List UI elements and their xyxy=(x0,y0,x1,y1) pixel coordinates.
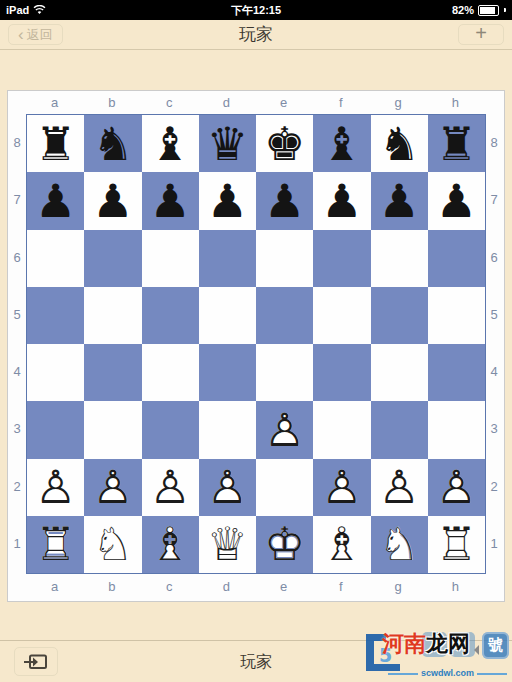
square-d2[interactable]: ♟♙ xyxy=(199,459,256,516)
square-b5[interactable] xyxy=(84,287,141,344)
square-d8[interactable]: ♛ xyxy=(199,115,256,172)
square-h3[interactable] xyxy=(428,401,485,458)
square-c4[interactable] xyxy=(142,344,199,401)
file-label-e: e xyxy=(255,91,312,114)
black-rook[interactable]: ♜ xyxy=(428,115,485,172)
piece-glyph: ♝ xyxy=(142,115,199,172)
square-h5[interactable] xyxy=(428,287,485,344)
watermark-site-name-red: 河南 xyxy=(382,631,426,656)
rank-label-5: 5 xyxy=(485,286,503,343)
square-h8[interactable]: ♜ xyxy=(428,115,485,172)
square-a2[interactable]: ♟♙ xyxy=(27,459,84,516)
black-pawn[interactable]: ♟ xyxy=(313,172,370,229)
white-pawn[interactable]: ♟♙ xyxy=(371,459,428,516)
piece-glyph-outline: ♙ xyxy=(142,459,199,516)
piece-glyph-fill: ♜ xyxy=(27,516,84,573)
black-king[interactable]: ♚ xyxy=(256,115,313,172)
square-a8[interactable]: ♜ xyxy=(27,115,84,172)
square-g2[interactable]: ♟♙ xyxy=(371,459,428,516)
square-d3[interactable] xyxy=(199,401,256,458)
back-button-label: 返回 xyxy=(27,25,53,44)
square-a1[interactable]: ♜♖ xyxy=(27,516,84,573)
piece-glyph: ♟ xyxy=(142,172,199,229)
piece-glyph-fill: ♟ xyxy=(27,459,84,516)
screen: iPad 下午12:15 82% ‹ 返回 玩家 + abcdefgh 8765… xyxy=(0,0,512,682)
piece-glyph: ♞ xyxy=(84,115,141,172)
rank-label-8: 8 xyxy=(8,114,26,171)
piece-glyph-fill: ♟ xyxy=(256,401,313,458)
piece-glyph-outline: ♙ xyxy=(84,459,141,516)
square-a7[interactable]: ♟ xyxy=(27,172,84,229)
piece-glyph-outline: ♖ xyxy=(428,516,485,573)
piece-glyph: ♟ xyxy=(371,172,428,229)
square-e2[interactable] xyxy=(256,459,313,516)
rank-label-1: 1 xyxy=(485,515,503,572)
rank-label-3: 3 xyxy=(8,400,26,457)
rank-labels-left: 87654321 xyxy=(8,114,26,572)
square-e1[interactable]: ♚♔ xyxy=(256,516,313,573)
file-label-a: a xyxy=(26,91,83,114)
piece-glyph-fill: ♟ xyxy=(428,459,485,516)
white-pawn[interactable]: ♟♙ xyxy=(84,459,141,516)
rank-label-6: 6 xyxy=(485,229,503,286)
white-pawn[interactable]: ♟♙ xyxy=(142,459,199,516)
piece-glyph-fill: ♟ xyxy=(84,459,141,516)
file-label-h: h xyxy=(427,574,484,599)
piece-glyph-fill: ♟ xyxy=(142,459,199,516)
watermark-arrow-icon xyxy=(469,645,479,655)
white-rook[interactable]: ♜♖ xyxy=(27,516,84,573)
black-pawn[interactable]: ♟ xyxy=(84,172,141,229)
piece-glyph-fill: ♞ xyxy=(84,516,141,573)
black-knight[interactable]: ♞ xyxy=(371,115,428,172)
piece-glyph-outline: ♙ xyxy=(313,459,370,516)
black-knight[interactable]: ♞ xyxy=(84,115,141,172)
black-queen[interactable]: ♛ xyxy=(199,115,256,172)
piece-glyph: ♟ xyxy=(27,172,84,229)
square-f6[interactable] xyxy=(313,230,370,287)
watermark-badge: 號 xyxy=(482,632,509,659)
status-bar: iPad 下午12:15 82% xyxy=(0,0,512,20)
piece-glyph: ♞ xyxy=(371,115,428,172)
watermark-url: scwdwl.com xyxy=(421,669,474,678)
white-king[interactable]: ♚♔ xyxy=(256,516,313,573)
file-label-c: c xyxy=(141,91,198,114)
file-label-b: b xyxy=(83,91,140,114)
piece-glyph: ♚ xyxy=(256,115,313,172)
square-b8[interactable]: ♞ xyxy=(84,115,141,172)
rank-label-3: 3 xyxy=(485,400,503,457)
square-c2[interactable]: ♟♙ xyxy=(142,459,199,516)
piece-glyph: ♟ xyxy=(428,172,485,229)
rank-label-5: 5 xyxy=(8,286,26,343)
square-c7[interactable]: ♟ xyxy=(142,172,199,229)
square-d4[interactable] xyxy=(199,344,256,401)
file-label-d: d xyxy=(198,574,255,599)
square-b7[interactable]: ♟ xyxy=(84,172,141,229)
square-h4[interactable] xyxy=(428,344,485,401)
piece-glyph: ♟ xyxy=(199,172,256,229)
piece-glyph: ♟ xyxy=(256,172,313,229)
white-pawn[interactable]: ♟♙ xyxy=(313,459,370,516)
black-pawn[interactable]: ♟ xyxy=(428,172,485,229)
square-d6[interactable] xyxy=(199,230,256,287)
square-b3[interactable] xyxy=(84,401,141,458)
black-pawn[interactable]: ♟ xyxy=(256,172,313,229)
watermark-site-name-dark: 龙网 xyxy=(426,631,470,656)
watermark-dash xyxy=(477,673,507,675)
square-h1[interactable]: ♜♖ xyxy=(428,516,485,573)
rank-label-7: 7 xyxy=(8,171,26,228)
rank-label-8: 8 xyxy=(485,114,503,171)
square-f4[interactable] xyxy=(313,344,370,401)
square-f5[interactable] xyxy=(313,287,370,344)
square-h6[interactable] xyxy=(428,230,485,287)
piece-glyph-outline: ♗ xyxy=(142,516,199,573)
rank-labels-right: 87654321 xyxy=(485,114,503,572)
chess-board[interactable]: ♜♞♝♛♚♝♞♜♟♟♟♟♟♟♟♟♟♙♟♙♟♙♟♙♟♙♟♙♟♙♟♙♜♖♞♘♝♗♛♕… xyxy=(26,114,486,574)
piece-glyph-fill: ♚ xyxy=(256,516,313,573)
square-a3[interactable] xyxy=(27,401,84,458)
white-bishop[interactable]: ♝♗ xyxy=(313,516,370,573)
piece-glyph-fill: ♛ xyxy=(199,516,256,573)
rank-label-7: 7 xyxy=(485,171,503,228)
rank-label-2: 2 xyxy=(485,458,503,515)
square-c3[interactable] xyxy=(142,401,199,458)
watermark-site-name: 河南龙网 xyxy=(382,629,470,659)
rank-label-4: 4 xyxy=(485,343,503,400)
piece-glyph-outline: ♔ xyxy=(256,516,313,573)
piece-glyph-outline: ♙ xyxy=(428,459,485,516)
file-label-f: f xyxy=(312,574,369,599)
file-label-c: c xyxy=(141,574,198,599)
piece-glyph-outline: ♗ xyxy=(313,516,370,573)
square-a6[interactable] xyxy=(27,230,84,287)
piece-glyph-fill: ♟ xyxy=(313,459,370,516)
white-pawn[interactable]: ♟♙ xyxy=(27,459,84,516)
white-pawn[interactable]: ♟♙ xyxy=(199,459,256,516)
battery-icon xyxy=(478,5,499,16)
rank-label-6: 6 xyxy=(8,229,26,286)
page-title: 玩家 xyxy=(0,20,512,49)
file-label-f: f xyxy=(312,91,369,114)
piece-glyph: ♟ xyxy=(84,172,141,229)
piece-glyph-outline: ♙ xyxy=(27,459,84,516)
white-knight[interactable]: ♞♘ xyxy=(84,516,141,573)
square-e6[interactable] xyxy=(256,230,313,287)
piece-glyph: ♝ xyxy=(313,115,370,172)
piece-glyph-outline: ♙ xyxy=(199,459,256,516)
black-rook[interactable]: ♜ xyxy=(27,115,84,172)
square-b1[interactable]: ♞♘ xyxy=(84,516,141,573)
square-e8[interactable]: ♚ xyxy=(256,115,313,172)
white-queen[interactable]: ♛♕ xyxy=(199,516,256,573)
square-c1[interactable]: ♝♗ xyxy=(142,516,199,573)
rank-label-4: 4 xyxy=(8,343,26,400)
square-f3[interactable] xyxy=(313,401,370,458)
piece-glyph: ♛ xyxy=(199,115,256,172)
device-label: iPad xyxy=(6,4,29,16)
file-label-a: a xyxy=(26,574,83,599)
piece-glyph-outline: ♘ xyxy=(84,516,141,573)
piece-glyph: ♜ xyxy=(27,115,84,172)
move-to-box-button[interactable] xyxy=(14,647,58,676)
file-labels-top: abcdefgh xyxy=(26,91,484,114)
wifi-icon xyxy=(33,5,46,15)
file-label-d: d xyxy=(198,91,255,114)
piece-glyph-fill: ♜ xyxy=(428,516,485,573)
file-label-b: b xyxy=(83,574,140,599)
square-e3[interactable]: ♟♙ xyxy=(256,401,313,458)
file-label-e: e xyxy=(255,574,312,599)
back-button[interactable]: ‹ 返回 xyxy=(8,24,63,45)
black-pawn[interactable]: ♟ xyxy=(142,172,199,229)
piece-glyph-fill: ♝ xyxy=(142,516,199,573)
move-to-box-icon xyxy=(23,652,49,672)
square-f8[interactable]: ♝ xyxy=(313,115,370,172)
piece-glyph-fill: ♝ xyxy=(313,516,370,573)
square-a5[interactable] xyxy=(27,287,84,344)
piece-glyph-fill: ♞ xyxy=(371,516,428,573)
white-pawn[interactable]: ♟♙ xyxy=(428,459,485,516)
square-e7[interactable]: ♟ xyxy=(256,172,313,229)
square-g1[interactable]: ♞♘ xyxy=(371,516,428,573)
add-button[interactable]: + xyxy=(458,24,504,45)
nav-bar: ‹ 返回 玩家 + xyxy=(0,20,512,50)
square-c6[interactable] xyxy=(142,230,199,287)
clock-time: 下午12:15 xyxy=(0,3,512,18)
file-label-h: h xyxy=(427,91,484,114)
board-panel: abcdefgh 87654321 ♜♞♝♛♚♝♞♜♟♟♟♟♟♟♟♟♟♙♟♙♟♙… xyxy=(7,90,505,602)
square-g6[interactable] xyxy=(371,230,428,287)
square-e4[interactable] xyxy=(256,344,313,401)
square-h2[interactable]: ♟♙ xyxy=(428,459,485,516)
black-bishop[interactable]: ♝ xyxy=(313,115,370,172)
piece-glyph-fill: ♟ xyxy=(371,459,428,516)
piece-glyph-outline: ♙ xyxy=(371,459,428,516)
square-a4[interactable] xyxy=(27,344,84,401)
watermark-dash xyxy=(388,673,418,675)
square-e5[interactable] xyxy=(256,287,313,344)
file-labels-bottom: abcdefgh xyxy=(26,574,484,599)
black-pawn[interactable]: ♟ xyxy=(371,172,428,229)
square-b2[interactable]: ♟♙ xyxy=(84,459,141,516)
piece-glyph-fill: ♟ xyxy=(199,459,256,516)
square-d1[interactable]: ♛♕ xyxy=(199,516,256,573)
black-bishop[interactable]: ♝ xyxy=(142,115,199,172)
piece-glyph-outline: ♙ xyxy=(256,401,313,458)
file-label-g: g xyxy=(370,574,427,599)
square-f2[interactable]: ♟♙ xyxy=(313,459,370,516)
rank-label-2: 2 xyxy=(8,458,26,515)
white-bishop[interactable]: ♝♗ xyxy=(142,516,199,573)
battery-percent: 82% xyxy=(452,4,474,16)
square-g7[interactable]: ♟ xyxy=(371,172,428,229)
square-g4[interactable] xyxy=(371,344,428,401)
square-g8[interactable]: ♞ xyxy=(371,115,428,172)
piece-glyph-outline: ♕ xyxy=(199,516,256,573)
back-chevron-icon: ‹ xyxy=(18,26,24,43)
square-d7[interactable]: ♟ xyxy=(199,172,256,229)
square-h7[interactable]: ♟ xyxy=(428,172,485,229)
square-g5[interactable] xyxy=(371,287,428,344)
white-pawn[interactable]: ♟♙ xyxy=(256,401,313,458)
piece-glyph: ♜ xyxy=(428,115,485,172)
square-c8[interactable]: ♝ xyxy=(142,115,199,172)
watermark-caption: scwdwl.com xyxy=(388,668,507,679)
square-f7[interactable]: ♟ xyxy=(313,172,370,229)
square-f1[interactable]: ♝♗ xyxy=(313,516,370,573)
square-d5[interactable] xyxy=(199,287,256,344)
rank-label-1: 1 xyxy=(8,515,26,572)
black-pawn[interactable]: ♟ xyxy=(27,172,84,229)
watermark: 5 河南龙网 號 scwdwl.com xyxy=(362,624,512,680)
white-rook[interactable]: ♜♖ xyxy=(428,516,485,573)
piece-glyph-outline: ♖ xyxy=(27,516,84,573)
battery-tip xyxy=(504,8,506,12)
piece-glyph-outline: ♘ xyxy=(371,516,428,573)
square-b6[interactable] xyxy=(84,230,141,287)
square-b4[interactable] xyxy=(84,344,141,401)
square-c5[interactable] xyxy=(142,287,199,344)
white-knight[interactable]: ♞♘ xyxy=(371,516,428,573)
piece-glyph: ♟ xyxy=(313,172,370,229)
black-pawn[interactable]: ♟ xyxy=(199,172,256,229)
file-label-g: g xyxy=(370,91,427,114)
square-g3[interactable] xyxy=(371,401,428,458)
